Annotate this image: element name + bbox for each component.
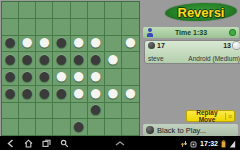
black-piece: ●	[3, 52, 16, 69]
board-cell-b1[interactable]	[19, 2, 36, 19]
board-cell-g4[interactable]: ●	[105, 52, 122, 69]
softkeys	[6, 139, 69, 148]
board-cell-a7[interactable]	[2, 103, 19, 120]
board-cell-h2[interactable]	[122, 19, 139, 36]
white-score: 13	[223, 42, 240, 49]
black-disc-icon	[148, 42, 155, 49]
board-cell-h7[interactable]	[122, 103, 139, 120]
board-cell-a4[interactable]: ●	[2, 52, 19, 69]
player-names-row: steve Android (Medium)	[148, 55, 240, 62]
board-cell-f4[interactable]: ●	[88, 52, 105, 69]
replay-move-button[interactable]: Replay Move ≡	[186, 110, 235, 122]
board-cell-g8[interactable]	[105, 119, 122, 136]
white-piece: ●	[106, 52, 119, 69]
board-cell-d5[interactable]: ●	[53, 69, 70, 86]
board-cell-e7[interactable]	[71, 103, 88, 120]
board-cell-b3[interactable]: ●	[19, 36, 36, 53]
turn-black-disc-icon	[146, 126, 154, 134]
black-piece: ●	[3, 86, 16, 103]
black-piece: ●	[55, 86, 68, 103]
white-piece: ●	[55, 69, 68, 86]
board-cell-a3[interactable]: ●	[2, 36, 19, 53]
board-cell-a6[interactable]: ●	[2, 86, 19, 103]
board-cell-d8[interactable]	[53, 119, 70, 136]
board-cell-e2[interactable]	[71, 19, 88, 36]
board-cell-f5[interactable]: ●	[88, 69, 105, 86]
recents-icon[interactable]	[42, 139, 51, 148]
board-cell-e1[interactable]	[71, 2, 88, 19]
usb-icon	[190, 134, 197, 150]
board-cell-c6[interactable]: ●	[36, 86, 53, 103]
board-cell-g1[interactable]	[105, 2, 122, 19]
board-cell-g3[interactable]	[105, 36, 122, 53]
board-cell-h4[interactable]	[122, 52, 139, 69]
board-cell-d7[interactable]	[53, 103, 70, 120]
black-piece: ●	[55, 36, 68, 53]
status-cluster[interactable]: 17:32	[181, 134, 236, 150]
board-cell-d6[interactable]: ●	[53, 86, 70, 103]
white-score-value: 13	[223, 42, 231, 49]
board-cell-a8[interactable]	[2, 119, 19, 136]
board-cell-f6[interactable]: ●	[88, 86, 105, 103]
board-cell-c7[interactable]	[36, 103, 53, 120]
black-piece: ●	[38, 86, 51, 103]
board-cell-d4[interactable]: ●	[53, 52, 70, 69]
board-cell-b5[interactable]: ●	[19, 69, 36, 86]
board-cell-g2[interactable]	[105, 19, 122, 36]
battery-icon	[221, 134, 226, 150]
board-cell-d3[interactable]: ●	[53, 36, 70, 53]
board-cell-e3[interactable]: ●	[71, 36, 88, 53]
board-cell-a2[interactable]	[2, 19, 19, 36]
white-piece: ●	[21, 36, 34, 53]
white-piece: ●	[38, 36, 51, 53]
board-cell-f2[interactable]	[88, 19, 105, 36]
board-cell-f8[interactable]	[88, 119, 105, 136]
player-person-icon	[147, 28, 153, 37]
board-cell-g7[interactable]	[105, 103, 122, 120]
board-cell-e5[interactable]: ●	[71, 69, 88, 86]
grip-icon: ≡	[225, 113, 232, 120]
board-cell-h5[interactable]	[122, 69, 139, 86]
black-piece: ●	[89, 103, 102, 120]
board-cell-d1[interactable]	[53, 2, 70, 19]
board-cell-c4[interactable]: ●	[36, 52, 53, 69]
board-cell-c3[interactable]: ●	[36, 36, 53, 53]
signal-icon	[229, 134, 236, 150]
board-cell-g6[interactable]: ●	[105, 86, 122, 103]
app-title: Reversi	[163, 2, 239, 22]
board-cell-f3[interactable]: ●	[88, 36, 105, 53]
replay-move-label: Replay Move	[189, 109, 225, 123]
reversi-app-screen: ●●●●●●●●●●●●●●●●●●●●●●●●●●●●●● Reversi T…	[0, 0, 240, 150]
black-piece: ●	[21, 86, 34, 103]
white-disc-icon	[233, 42, 240, 49]
board-cell-e8[interactable]: ●	[71, 119, 88, 136]
board-cell-a1[interactable]	[2, 2, 19, 19]
black-piece: ●	[21, 69, 34, 86]
board-cell-g5[interactable]	[105, 69, 122, 86]
white-player-name: Android (Medium)	[188, 55, 240, 62]
board-cell-c1[interactable]	[36, 2, 53, 19]
white-piece: ●	[124, 86, 137, 103]
time-text: Time 1:33	[175, 29, 207, 36]
updown-arrows-icon	[181, 134, 187, 150]
board-cell-d2[interactable]	[53, 19, 70, 36]
score-row: 17 13	[148, 42, 240, 49]
board-cell-h6[interactable]: ●	[122, 86, 139, 103]
black-piece: ●	[89, 52, 102, 69]
search-icon[interactable]	[60, 139, 69, 148]
black-piece: ●	[72, 119, 85, 136]
black-piece: ●	[3, 36, 16, 53]
white-piece: ●	[89, 36, 102, 53]
board-cell-f7[interactable]: ●	[88, 103, 105, 120]
white-piece: ●	[89, 86, 102, 103]
nav-clock: 17:32	[200, 140, 218, 147]
status-dot-icon	[230, 30, 235, 35]
board-cell-c8[interactable]	[36, 119, 53, 136]
white-piece: ●	[124, 36, 137, 53]
black-piece: ●	[38, 52, 51, 69]
board-cell-b6[interactable]: ●	[19, 86, 36, 103]
board-cell-a5[interactable]: ●	[2, 69, 19, 86]
black-player-name: steve	[148, 55, 164, 62]
white-piece: ●	[89, 69, 102, 86]
black-score-value: 17	[157, 42, 165, 49]
white-piece: ●	[72, 86, 85, 103]
board-cell-h8[interactable]	[122, 119, 139, 136]
board-cell-b4[interactable]: ●	[19, 52, 36, 69]
black-piece: ●	[38, 69, 51, 86]
board-cell-e4[interactable]: ●	[71, 52, 88, 69]
black-piece: ●	[55, 52, 68, 69]
board-cell-c5[interactable]: ●	[36, 69, 53, 86]
board-cell-e6[interactable]: ●	[71, 86, 88, 103]
black-score: 17	[148, 42, 165, 49]
board-cell-h1[interactable]	[122, 2, 139, 19]
black-piece: ●	[21, 52, 34, 69]
board-cell-b8[interactable]	[19, 119, 36, 136]
board-cell-h3[interactable]: ●	[122, 36, 139, 53]
app-title-text: Reversi	[163, 2, 239, 22]
home-icon[interactable]	[24, 139, 33, 148]
score-panel: 17 13 steve Android (Medium)	[144, 40, 240, 64]
board-cell-b2[interactable]	[19, 19, 36, 36]
black-piece: ●	[3, 69, 16, 86]
white-piece: ●	[72, 69, 85, 86]
white-piece: ●	[106, 86, 119, 103]
board: ●●●●●●●●●●●●●●●●●●●●●●●●●●●●●●	[1, 1, 140, 137]
white-piece: ●	[72, 36, 85, 53]
board-cell-b7[interactable]	[19, 103, 36, 120]
android-navbar: 17:32	[0, 136, 240, 150]
time-bar: Time 1:33	[143, 27, 239, 38]
board-cell-c2[interactable]	[36, 19, 53, 36]
black-piece: ●	[72, 52, 85, 69]
back-icon[interactable]	[6, 139, 15, 148]
board-cell-f1[interactable]	[88, 2, 105, 19]
